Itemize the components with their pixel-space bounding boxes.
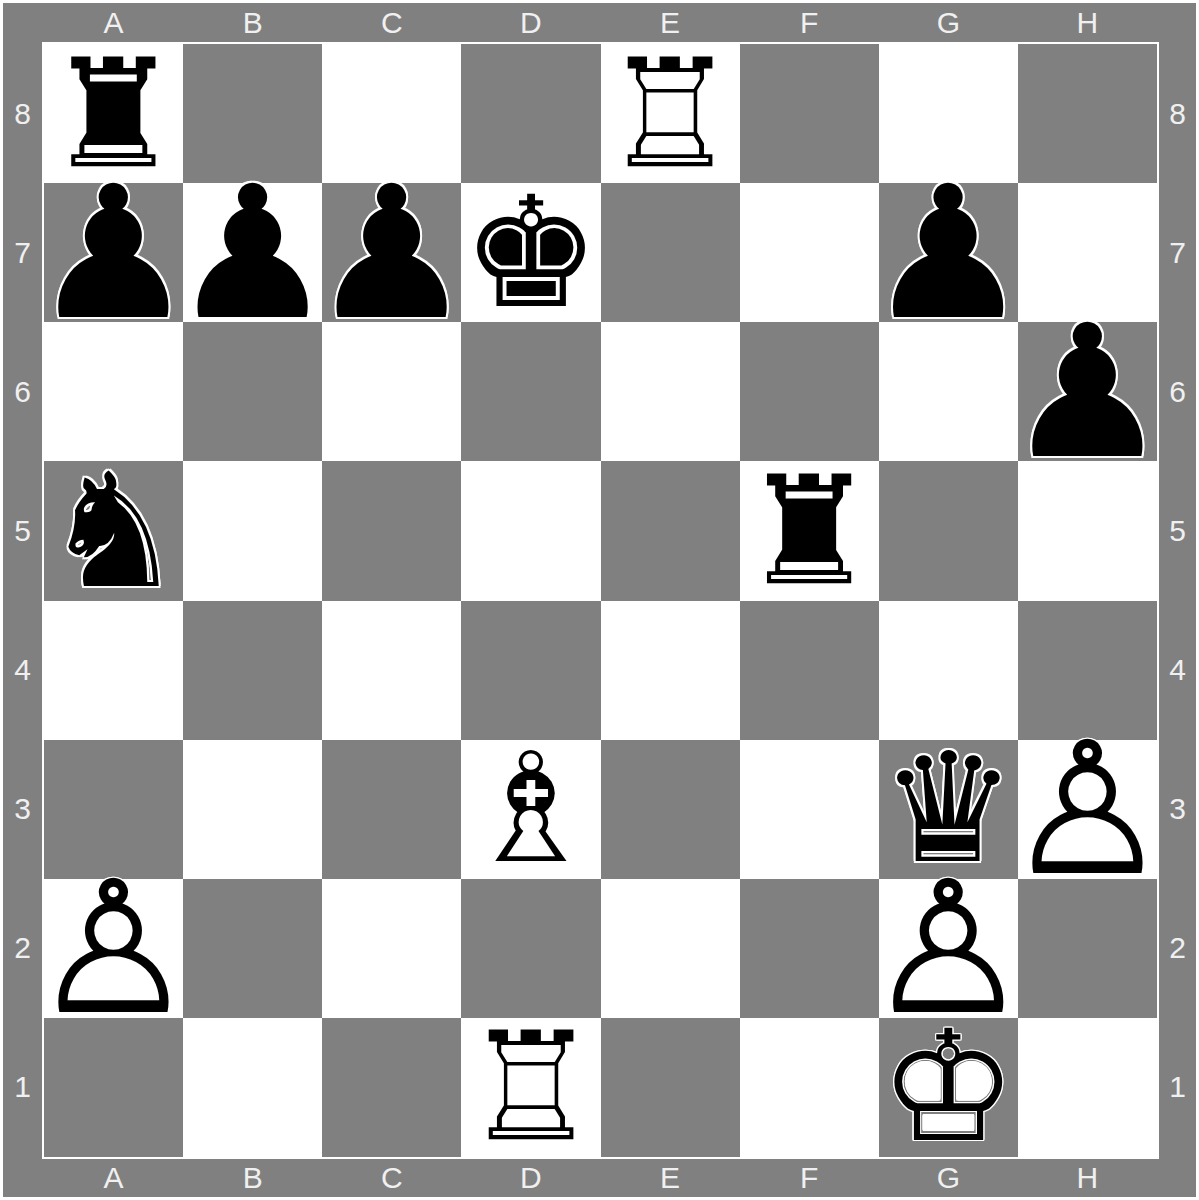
square-a1[interactable] — [44, 1018, 183, 1157]
square-h5[interactable] — [1018, 461, 1157, 600]
piece-glyph-fill: ♟ — [879, 879, 1018, 1018]
square-e2[interactable] — [601, 879, 740, 1018]
square-h8[interactable] — [1018, 44, 1157, 183]
square-f1[interactable] — [740, 1018, 879, 1157]
square-d6[interactable] — [461, 322, 600, 461]
piece-glyph-fill: ♟ — [1018, 740, 1157, 879]
square-a2[interactable]: ♟♙ — [44, 879, 183, 1018]
piece-glyph-underlay: ♟ — [1018, 322, 1157, 461]
piece-glyph-outline: ♙ — [1018, 740, 1157, 879]
square-b1[interactable] — [183, 1018, 322, 1157]
piece-glyph-main: ♜ — [740, 461, 879, 600]
piece-glyph-outline: ♗ — [461, 740, 600, 879]
black-rook[interactable]: ♜♜ — [740, 461, 879, 600]
white-bishop[interactable]: ♝♗ — [461, 740, 600, 879]
square-h7[interactable] — [1018, 183, 1157, 322]
square-e3[interactable] — [601, 740, 740, 879]
file-label-e: E — [601, 3, 740, 42]
square-b8[interactable] — [183, 44, 322, 183]
piece-glyph-underlay: ♛ — [879, 740, 1018, 879]
chessboard-diagram: ABCDEFGH ABCDEFGH 87654321 87654321 ♜♜♜♖… — [0, 0, 1199, 1200]
square-e7[interactable] — [601, 183, 740, 322]
square-a8[interactable]: ♜♜ — [44, 44, 183, 183]
square-b3[interactable] — [183, 740, 322, 879]
file-label-g: G — [879, 1159, 1018, 1197]
square-c8[interactable] — [322, 44, 461, 183]
white-pawn[interactable]: ♟♙ — [879, 879, 1018, 1018]
piece-glyph-underlay: ♞ — [44, 461, 183, 600]
square-b7[interactable]: ♟♟ — [183, 183, 322, 322]
file-label-d: D — [461, 3, 600, 42]
black-pawn[interactable]: ♟♟ — [879, 183, 1018, 322]
file-label-f: F — [740, 3, 879, 42]
rank-label-2: 2 — [3, 879, 42, 1018]
square-a3[interactable] — [44, 740, 183, 879]
piece-glyph-underlay: ♟ — [879, 183, 1018, 322]
square-e5[interactable] — [601, 461, 740, 600]
rank-label-1: 1 — [1159, 1018, 1196, 1157]
rank-label-5: 5 — [1159, 461, 1196, 600]
piece-glyph-fill: ♜ — [461, 1018, 600, 1157]
square-c2[interactable] — [322, 879, 461, 1018]
black-pawn[interactable]: ♟♟ — [183, 183, 322, 322]
file-label-c: C — [322, 3, 461, 42]
black-king[interactable]: ♚♚ — [461, 183, 600, 322]
piece-glyph-fill: ♚ — [879, 1018, 1018, 1157]
piece-glyph-outline: ♖ — [601, 44, 740, 183]
square-g4[interactable] — [879, 601, 1018, 740]
square-f8[interactable] — [740, 44, 879, 183]
piece-glyph-main: ♟ — [1018, 322, 1157, 461]
square-b2[interactable] — [183, 879, 322, 1018]
square-d1[interactable]: ♜♖ — [461, 1018, 600, 1157]
file-label-c: C — [322, 1159, 461, 1197]
piece-glyph-main: ♟ — [183, 183, 322, 322]
square-a5[interactable]: ♞♞ — [44, 461, 183, 600]
square-b6[interactable] — [183, 322, 322, 461]
square-c4[interactable] — [322, 601, 461, 740]
square-e4[interactable] — [601, 601, 740, 740]
rank-label-6: 6 — [3, 322, 42, 461]
piece-glyph-fill: ♝ — [461, 740, 600, 879]
black-pawn[interactable]: ♟♟ — [44, 183, 183, 322]
rank-label-3: 3 — [3, 740, 42, 879]
black-pawn[interactable]: ♟♟ — [1018, 322, 1157, 461]
square-b4[interactable] — [183, 601, 322, 740]
file-labels-top: ABCDEFGH — [44, 3, 1157, 42]
square-g8[interactable] — [879, 44, 1018, 183]
square-a6[interactable] — [44, 322, 183, 461]
square-g6[interactable] — [879, 322, 1018, 461]
file-label-b: B — [183, 1159, 322, 1197]
square-d8[interactable] — [461, 44, 600, 183]
piece-glyph-fill: ♟ — [44, 879, 183, 1018]
piece-glyph-underlay: ♟ — [322, 183, 461, 322]
square-a4[interactable] — [44, 601, 183, 740]
piece-glyph-main: ♟ — [44, 183, 183, 322]
square-c1[interactable] — [322, 1018, 461, 1157]
piece-glyph-main: ♞ — [44, 461, 183, 600]
file-label-f: F — [740, 1159, 879, 1197]
square-g1[interactable]: ♚♔ — [879, 1018, 1018, 1157]
square-f7[interactable] — [740, 183, 879, 322]
piece-glyph-underlay: ♜ — [44, 44, 183, 183]
file-label-h: H — [1018, 1159, 1157, 1197]
square-g2[interactable]: ♟♙ — [879, 879, 1018, 1018]
rank-label-7: 7 — [3, 183, 42, 322]
square-b5[interactable] — [183, 461, 322, 600]
square-f6[interactable] — [740, 322, 879, 461]
square-h6[interactable]: ♟♟ — [1018, 322, 1157, 461]
chess-board: ♜♜♜♖♟♟♟♟♟♟♚♚♟♟♟♟♞♞♜♜♝♗♛♛♟♙♟♙♟♙♜♖♚♔ — [42, 42, 1159, 1159]
piece-glyph-underlay: ♚ — [461, 183, 600, 322]
square-d7[interactable]: ♚♚ — [461, 183, 600, 322]
black-pawn[interactable]: ♟♟ — [322, 183, 461, 322]
piece-glyph-main: ♟ — [322, 183, 461, 322]
rank-label-8: 8 — [3, 44, 42, 183]
white-pawn[interactable]: ♟♙ — [44, 879, 183, 1018]
file-label-a: A — [44, 3, 183, 42]
square-d3[interactable]: ♝♗ — [461, 740, 600, 879]
rank-label-7: 7 — [1159, 183, 1196, 322]
rank-labels-right: 87654321 — [1159, 44, 1196, 1157]
square-h1[interactable] — [1018, 1018, 1157, 1157]
piece-glyph-main: ♟ — [879, 183, 1018, 322]
file-labels-bottom: ABCDEFGH — [44, 1159, 1157, 1197]
rank-label-5: 5 — [3, 461, 42, 600]
black-knight[interactable]: ♞♞ — [44, 461, 183, 600]
square-c3[interactable] — [322, 740, 461, 879]
piece-glyph-underlay: ♟ — [44, 183, 183, 322]
file-label-a: A — [44, 1159, 183, 1197]
square-a7[interactable]: ♟♟ — [44, 183, 183, 322]
white-rook[interactable]: ♜♖ — [601, 44, 740, 183]
piece-glyph-outline: ♙ — [44, 879, 183, 1018]
piece-glyph-outline: ♔ — [879, 1018, 1018, 1157]
square-g7[interactable]: ♟♟ — [879, 183, 1018, 322]
piece-glyph-fill: ♜ — [601, 44, 740, 183]
rank-label-4: 4 — [3, 601, 42, 740]
white-king[interactable]: ♚♔ — [879, 1018, 1018, 1157]
square-f3[interactable] — [740, 740, 879, 879]
file-label-e: E — [601, 1159, 740, 1197]
square-h3[interactable]: ♟♙ — [1018, 740, 1157, 879]
rank-label-6: 6 — [1159, 322, 1196, 461]
piece-glyph-underlay: ♟ — [183, 183, 322, 322]
rank-label-2: 2 — [1159, 879, 1196, 1018]
square-d2[interactable] — [461, 879, 600, 1018]
square-e1[interactable] — [601, 1018, 740, 1157]
rank-label-8: 8 — [1159, 44, 1196, 183]
square-f4[interactable] — [740, 601, 879, 740]
rank-label-1: 1 — [3, 1018, 42, 1157]
square-d5[interactable] — [461, 461, 600, 600]
piece-glyph-main: ♛ — [879, 740, 1018, 879]
square-c7[interactable]: ♟♟ — [322, 183, 461, 322]
file-label-b: B — [183, 3, 322, 42]
square-g5[interactable] — [879, 461, 1018, 600]
square-e6[interactable] — [601, 322, 740, 461]
file-label-h: H — [1018, 3, 1157, 42]
square-h2[interactable] — [1018, 879, 1157, 1018]
piece-glyph-main: ♚ — [461, 183, 600, 322]
square-e8[interactable]: ♜♖ — [601, 44, 740, 183]
square-d4[interactable] — [461, 601, 600, 740]
square-h4[interactable] — [1018, 601, 1157, 740]
square-c6[interactable] — [322, 322, 461, 461]
rank-label-4: 4 — [1159, 601, 1196, 740]
square-f5[interactable]: ♜♜ — [740, 461, 879, 600]
rank-label-3: 3 — [1159, 740, 1196, 879]
file-label-g: G — [879, 3, 1018, 42]
rank-labels-left: 87654321 — [3, 44, 42, 1157]
piece-glyph-underlay: ♜ — [740, 461, 879, 600]
white-pawn[interactable]: ♟♙ — [1018, 740, 1157, 879]
square-g3[interactable]: ♛♛ — [879, 740, 1018, 879]
square-c5[interactable] — [322, 461, 461, 600]
file-label-d: D — [461, 1159, 600, 1197]
piece-glyph-outline: ♙ — [879, 879, 1018, 1018]
white-rook[interactable]: ♜♖ — [461, 1018, 600, 1157]
piece-glyph-main: ♜ — [44, 44, 183, 183]
piece-glyph-outline: ♖ — [461, 1018, 600, 1157]
black-rook[interactable]: ♜♜ — [44, 44, 183, 183]
black-queen[interactable]: ♛♛ — [879, 740, 1018, 879]
square-f2[interactable] — [740, 879, 879, 1018]
